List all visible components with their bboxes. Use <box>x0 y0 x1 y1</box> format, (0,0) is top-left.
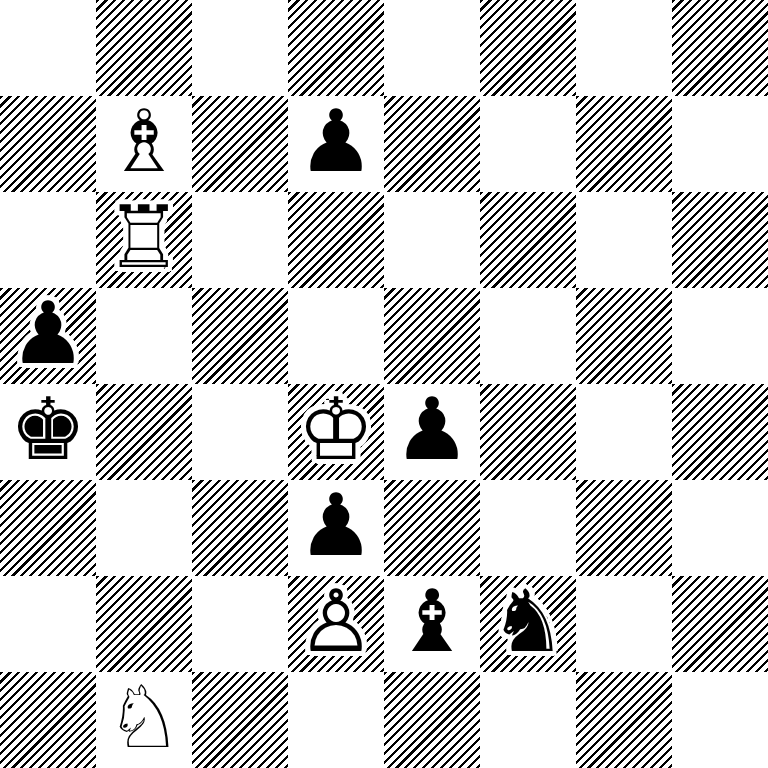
square-f8[interactable] <box>480 0 576 96</box>
square-c5[interactable] <box>192 288 288 384</box>
piece-white-king[interactable]: ♔ <box>288 381 384 477</box>
square-h6[interactable] <box>672 192 768 288</box>
chess-diagram: ♝♗♟♜♖♟♚♚♔♟♟♟♙♝♞♞♘ <box>0 0 768 768</box>
chess-board: ♝♗♟♜♖♟♚♚♔♟♟♟♙♝♞♞♘ <box>0 0 768 768</box>
square-d5[interactable] <box>288 288 384 384</box>
square-d3[interactable]: ♟ <box>288 480 384 576</box>
piece-black-pawn[interactable]: ♟ <box>0 285 96 381</box>
square-g4[interactable] <box>576 384 672 480</box>
square-a4[interactable]: ♚ <box>0 384 96 480</box>
square-d1[interactable] <box>288 672 384 768</box>
square-f6[interactable] <box>480 192 576 288</box>
square-c8[interactable] <box>192 0 288 96</box>
square-a8[interactable] <box>0 0 96 96</box>
square-h4[interactable] <box>672 384 768 480</box>
square-h5[interactable] <box>672 288 768 384</box>
square-b3[interactable] <box>96 480 192 576</box>
square-b7[interactable]: ♝♗ <box>96 96 192 192</box>
piece-black-pawn[interactable]: ♟ <box>384 381 480 477</box>
piece-black-bishop[interactable]: ♝ <box>384 573 480 669</box>
piece-white-pawn[interactable]: ♙ <box>288 573 384 669</box>
square-h1[interactable] <box>672 672 768 768</box>
square-b5[interactable] <box>96 288 192 384</box>
piece-black-pawn[interactable]: ♟ <box>288 93 384 189</box>
square-c2[interactable] <box>192 576 288 672</box>
square-a2[interactable] <box>0 576 96 672</box>
square-h8[interactable] <box>672 0 768 96</box>
piece-white-bishop[interactable]: ♗ <box>96 93 192 189</box>
piece-black-pawn[interactable]: ♟ <box>288 477 384 573</box>
square-d7[interactable]: ♟ <box>288 96 384 192</box>
square-f1[interactable] <box>480 672 576 768</box>
square-f2[interactable]: ♞ <box>480 576 576 672</box>
square-b1[interactable]: ♞♘ <box>96 672 192 768</box>
square-a6[interactable] <box>0 192 96 288</box>
square-c4[interactable] <box>192 384 288 480</box>
square-e7[interactable] <box>384 96 480 192</box>
square-d4[interactable]: ♚♔ <box>288 384 384 480</box>
square-h3[interactable] <box>672 480 768 576</box>
square-e2[interactable]: ♝ <box>384 576 480 672</box>
piece-white-knight[interactable]: ♘ <box>96 669 192 765</box>
square-a1[interactable] <box>0 672 96 768</box>
square-g6[interactable] <box>576 192 672 288</box>
square-c7[interactable] <box>192 96 288 192</box>
square-h2[interactable] <box>672 576 768 672</box>
square-c1[interactable] <box>192 672 288 768</box>
square-g8[interactable] <box>576 0 672 96</box>
square-e5[interactable] <box>384 288 480 384</box>
square-b6[interactable]: ♜♖ <box>96 192 192 288</box>
square-e8[interactable] <box>384 0 480 96</box>
square-c3[interactable] <box>192 480 288 576</box>
square-e6[interactable] <box>384 192 480 288</box>
square-f5[interactable] <box>480 288 576 384</box>
square-d2[interactable]: ♟♙ <box>288 576 384 672</box>
square-e4[interactable]: ♟ <box>384 384 480 480</box>
square-b2[interactable] <box>96 576 192 672</box>
square-b8[interactable] <box>96 0 192 96</box>
piece-white-rook[interactable]: ♖ <box>96 189 192 285</box>
square-h7[interactable] <box>672 96 768 192</box>
square-a5[interactable]: ♟ <box>0 288 96 384</box>
piece-black-knight[interactable]: ♞ <box>480 573 576 669</box>
square-e3[interactable] <box>384 480 480 576</box>
square-e1[interactable] <box>384 672 480 768</box>
square-b4[interactable] <box>96 384 192 480</box>
square-d8[interactable] <box>288 0 384 96</box>
square-g2[interactable] <box>576 576 672 672</box>
square-f3[interactable] <box>480 480 576 576</box>
square-f4[interactable] <box>480 384 576 480</box>
piece-black-king[interactable]: ♚ <box>0 381 96 477</box>
square-d6[interactable] <box>288 192 384 288</box>
square-a3[interactable] <box>0 480 96 576</box>
square-g1[interactable] <box>576 672 672 768</box>
square-g5[interactable] <box>576 288 672 384</box>
square-c6[interactable] <box>192 192 288 288</box>
square-a7[interactable] <box>0 96 96 192</box>
square-g3[interactable] <box>576 480 672 576</box>
square-g7[interactable] <box>576 96 672 192</box>
square-f7[interactable] <box>480 96 576 192</box>
